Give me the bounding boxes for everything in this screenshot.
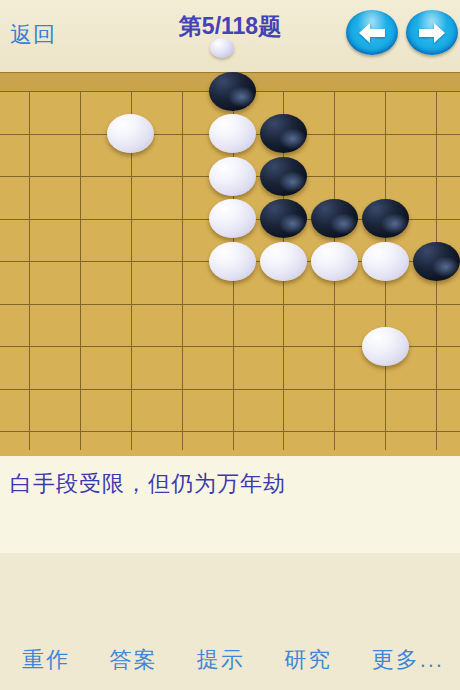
next-problem-button[interactable] [406,10,458,55]
white-stone-r5c6 [260,242,307,281]
black-stone-r4c8 [362,199,409,238]
white-stone-r4c5 [209,199,256,238]
black-stone-r4c7 [311,199,358,238]
comment-text: 白手段受限，但仍为万年劫 [10,469,286,499]
white-stone-r2c3 [107,114,154,153]
turn-indicator-white-stone [210,38,234,58]
prev-problem-button[interactable] [346,10,398,55]
black-stone-r3c6 [260,157,307,196]
hint-button[interactable]: 提示 [197,645,245,675]
top-bar: 返回 第5/118题 [0,0,460,72]
problem-nav [346,10,458,55]
black-stone-r1c5 [209,72,256,111]
redo-button[interactable]: 重作 [22,645,70,675]
grid-line-vertical [29,91,30,450]
grid-line-horizontal [0,431,460,432]
grid-line-vertical [182,91,183,450]
more-button[interactable]: 更多... [372,645,444,675]
answer-button[interactable]: 答案 [109,645,157,675]
grid-line-vertical [80,91,81,450]
grid-line-horizontal [0,304,460,305]
white-stone-r5c8 [362,242,409,281]
black-stone-r5c9 [413,242,460,281]
white-stone-r5c7 [311,242,358,281]
bottom-toolbar: 重作 答案 提示 研究 更多... [0,642,460,678]
white-stone-r3c5 [209,157,256,196]
right-arrow-icon [417,21,447,45]
black-stone-r2c6 [260,114,307,153]
white-stone-r7c8 [362,327,409,366]
app-screen: 返回 第5/118题 白手段受限，但仍为万年劫 重作 答案 提示 研究 更多..… [0,0,460,690]
grid-line-horizontal [0,389,460,390]
comment-area: 白手段受限，但仍为万年劫 [0,456,460,553]
black-stone-r4c6 [260,199,307,238]
research-button[interactable]: 研究 [284,645,332,675]
white-stone-r5c5 [209,242,256,281]
white-stone-r2c5 [209,114,256,153]
go-board[interactable] [0,72,460,456]
left-arrow-icon [357,21,387,45]
